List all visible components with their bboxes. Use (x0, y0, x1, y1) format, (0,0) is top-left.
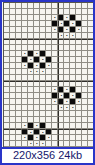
chart-area: ▪▪▪▪▪▪▪▪▪▪▪▪▪▪▪▪▪▪▪▪▪▪▪▪▪▪▪▪▪▪▪▪▪▪▪▪▪▪▪▪ (2, 2, 93, 147)
pattern-thumbnail[interactable]: ▪▪▪▪▪▪▪▪▪▪▪▪▪▪▪▪▪▪▪▪▪▪▪▪▪▪▪▪▪▪▪▪▪▪▪▪▪▪▪▪… (0, 0, 95, 165)
stitch-grid: ▪▪▪▪▪▪▪▪▪▪▪▪▪▪▪▪▪▪▪▪▪▪▪▪▪▪▪▪▪▪▪▪▪▪▪▪▪▪▪▪ (3, 2, 93, 147)
thumbnail-caption: 220x356 24kb (2, 147, 93, 163)
grid-cell (88, 141, 93, 147)
